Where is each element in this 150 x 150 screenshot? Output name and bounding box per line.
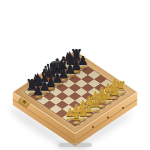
screw-icon	[107, 116, 109, 118]
screw-icon	[122, 107, 124, 109]
watermark	[59, 143, 92, 147]
screw-icon	[92, 126, 94, 128]
chess-set-photo: ♜♞♝♛♚♝♞♜♟♟♟♟♟♟♟♟♟♟♟♟♟♟♟♟♜♞♝♛♚♝♞♜	[0, 0, 150, 150]
